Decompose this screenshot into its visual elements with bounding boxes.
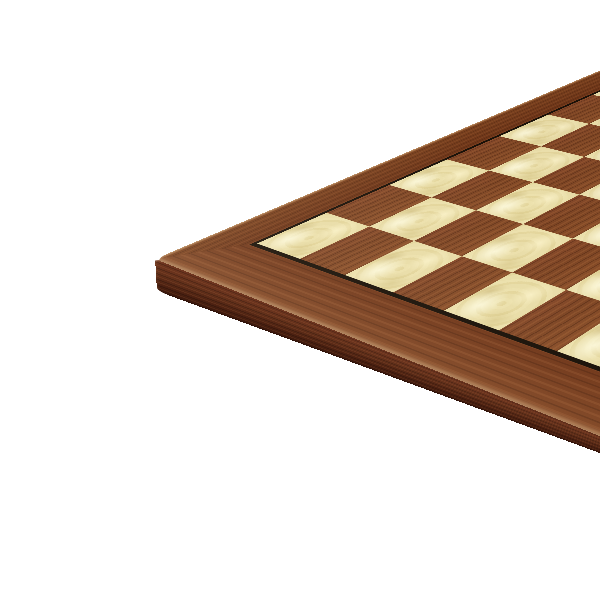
chess-board xyxy=(155,40,600,472)
product-photo-scene xyxy=(0,0,600,600)
playing-field xyxy=(257,59,600,397)
